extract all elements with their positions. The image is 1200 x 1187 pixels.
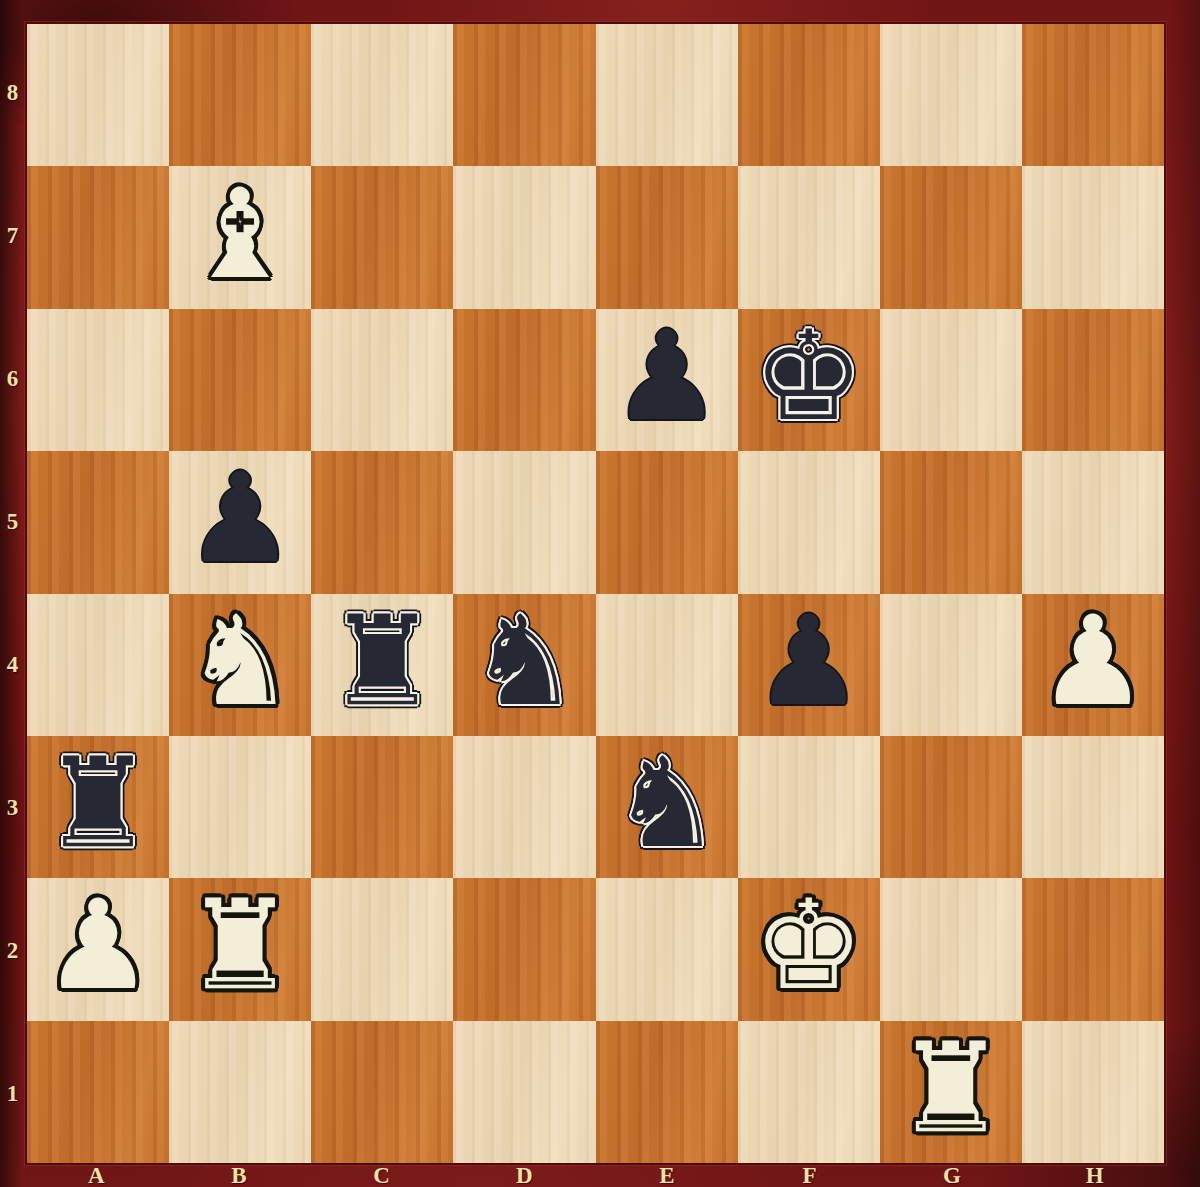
rank-label-5: 5 [7,509,19,535]
square-e3[interactable]: ♞ [596,736,738,878]
rank-label-3: 3 [7,795,19,821]
square-c1[interactable] [311,1021,453,1163]
square-d1[interactable] [453,1021,595,1163]
square-h7[interactable] [1022,166,1164,308]
square-a4[interactable] [27,594,169,736]
square-a6[interactable] [27,309,169,451]
file-label-c: C [373,1163,390,1187]
rank-label-8: 8 [7,80,19,106]
square-f6[interactable]: ♚ [738,309,880,451]
square-a5[interactable] [27,451,169,593]
square-e8[interactable] [596,24,738,166]
square-f2[interactable]: ♚ [738,878,880,1020]
square-c4[interactable]: ♜ [311,594,453,736]
square-d4[interactable]: ♞ [453,594,595,736]
square-g3[interactable] [880,736,1022,878]
file-label-d: D [516,1163,533,1187]
rank-label-2: 2 [7,938,19,964]
white-rook-g1[interactable]: ♜ [895,1026,1006,1150]
square-f8[interactable] [738,24,880,166]
square-d3[interactable] [453,736,595,878]
square-d5[interactable] [453,451,595,593]
square-h2[interactable] [1022,878,1164,1020]
square-c3[interactable] [311,736,453,878]
square-a3[interactable]: ♜ [27,736,169,878]
square-g6[interactable] [880,309,1022,451]
chessboard-frame: 87654321 ♝♟♚♟♞♜♞♟♟♜♞♟♜♚♜ ABCDEFGH [0,0,1200,1187]
square-e1[interactable] [596,1021,738,1163]
file-label-a: A [88,1163,105,1187]
file-label-b: B [231,1163,246,1187]
white-pawn-a2[interactable]: ♟ [42,883,153,1007]
file-label-e: E [659,1163,674,1187]
rank-label-6: 6 [7,366,19,392]
square-a7[interactable] [27,166,169,308]
square-h5[interactable] [1022,451,1164,593]
square-a8[interactable] [27,24,169,166]
square-c2[interactable] [311,878,453,1020]
file-label-f: F [802,1163,816,1187]
square-f4[interactable]: ♟ [738,594,880,736]
square-a1[interactable] [27,1021,169,1163]
rank-label-7: 7 [7,223,19,249]
square-h8[interactable] [1022,24,1164,166]
black-knight-e3[interactable]: ♞ [611,741,722,865]
square-c7[interactable] [311,166,453,308]
rank-label-1: 1 [7,1081,19,1107]
rank-labels: 87654321 [0,22,25,1165]
black-king-f6[interactable]: ♚ [753,314,864,438]
white-bishop-b7[interactable]: ♝ [185,172,296,296]
square-g5[interactable] [880,451,1022,593]
square-g7[interactable] [880,166,1022,308]
square-g2[interactable] [880,878,1022,1020]
black-knight-d4[interactable]: ♞ [469,599,580,723]
black-rook-c4[interactable]: ♜ [327,599,438,723]
square-g4[interactable] [880,594,1022,736]
square-b6[interactable] [169,309,311,451]
square-h6[interactable] [1022,309,1164,451]
square-d7[interactable] [453,166,595,308]
white-rook-b2[interactable]: ♜ [185,883,296,1007]
square-d6[interactable] [453,309,595,451]
black-pawn-f4[interactable]: ♟ [753,599,864,723]
square-h4[interactable]: ♟ [1022,594,1164,736]
white-pawn-h4[interactable]: ♟ [1037,599,1148,723]
square-b5[interactable]: ♟ [169,451,311,593]
file-label-h: H [1086,1163,1104,1187]
file-labels: ABCDEFGH [25,1165,1166,1187]
rank-label-4: 4 [7,652,19,678]
black-rook-a3[interactable]: ♜ [42,741,153,865]
white-king-f2[interactable]: ♚ [753,883,864,1007]
square-c5[interactable] [311,451,453,593]
square-f1[interactable] [738,1021,880,1163]
square-h3[interactable] [1022,736,1164,878]
square-b7[interactable]: ♝ [169,166,311,308]
square-e4[interactable] [596,594,738,736]
square-c6[interactable] [311,309,453,451]
square-h1[interactable] [1022,1021,1164,1163]
square-a2[interactable]: ♟ [27,878,169,1020]
square-b4[interactable]: ♞ [169,594,311,736]
square-f3[interactable] [738,736,880,878]
square-f5[interactable] [738,451,880,593]
square-e6[interactable]: ♟ [596,309,738,451]
file-label-g: G [943,1163,961,1187]
square-b2[interactable]: ♜ [169,878,311,1020]
square-b3[interactable] [169,736,311,878]
square-c8[interactable] [311,24,453,166]
square-b8[interactable] [169,24,311,166]
square-g1[interactable]: ♜ [880,1021,1022,1163]
square-f7[interactable] [738,166,880,308]
square-g8[interactable] [880,24,1022,166]
square-e2[interactable] [596,878,738,1020]
black-pawn-e6[interactable]: ♟ [611,314,722,438]
black-pawn-b5[interactable]: ♟ [185,456,296,580]
white-knight-b4[interactable]: ♞ [185,599,296,723]
square-d8[interactable] [453,24,595,166]
square-d2[interactable] [453,878,595,1020]
square-e5[interactable] [596,451,738,593]
square-e7[interactable] [596,166,738,308]
board-grid: ♝♟♚♟♞♜♞♟♟♜♞♟♜♚♜ [25,22,1166,1165]
square-b1[interactable] [169,1021,311,1163]
